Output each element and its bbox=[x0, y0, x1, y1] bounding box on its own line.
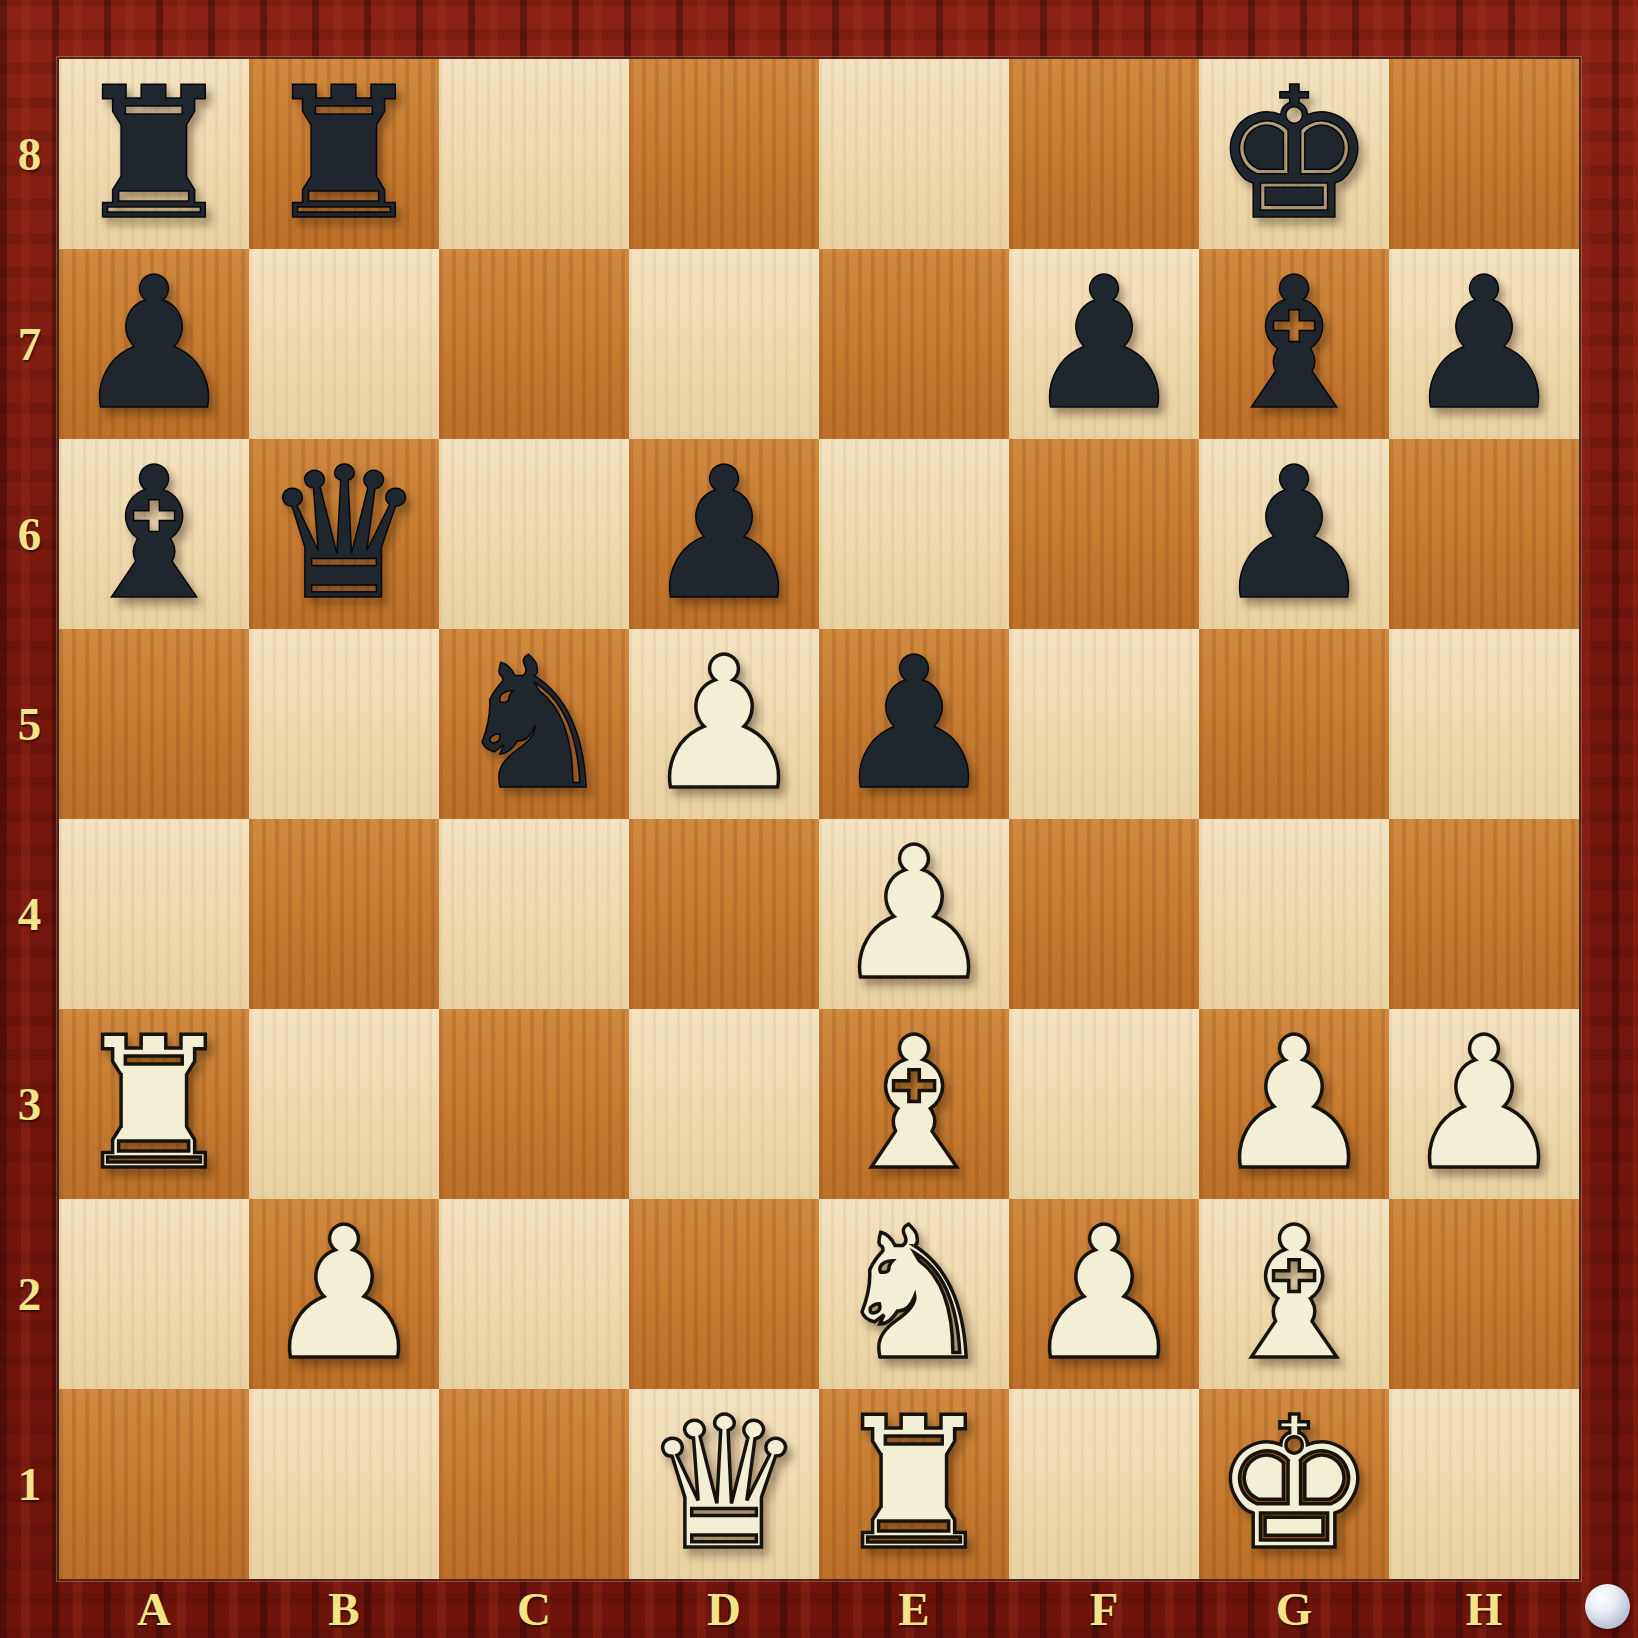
file-label-a: A bbox=[59, 1579, 249, 1638]
file-label-b: B bbox=[249, 1579, 439, 1638]
piece-black-pawn[interactable]: ♟ bbox=[1212, 439, 1375, 629]
piece-white-bishop[interactable]: ♝ bbox=[1212, 1199, 1375, 1389]
board: ♜♜♚♟♟♝♟♝♛♟♟♞♟♟♟♜♝♟♟♟♞♟♝♛♜♚ bbox=[59, 59, 1579, 1579]
square-d6[interactable]: ♟ bbox=[629, 439, 819, 629]
square-f3[interactable] bbox=[1009, 1009, 1199, 1199]
square-f7[interactable]: ♟ bbox=[1009, 249, 1199, 439]
square-a8[interactable]: ♜ bbox=[59, 59, 249, 249]
square-g7[interactable]: ♝ bbox=[1199, 249, 1389, 439]
square-d2[interactable] bbox=[629, 1199, 819, 1389]
square-b4[interactable] bbox=[249, 819, 439, 1009]
file-label-h: H bbox=[1389, 1579, 1579, 1638]
square-b1[interactable] bbox=[249, 1389, 439, 1579]
square-h2[interactable] bbox=[1389, 1199, 1579, 1389]
square-c3[interactable] bbox=[439, 1009, 629, 1199]
square-a4[interactable] bbox=[59, 819, 249, 1009]
piece-black-bishop[interactable]: ♝ bbox=[1212, 249, 1375, 439]
square-g1[interactable]: ♚ bbox=[1199, 1389, 1389, 1579]
rank-label-4: 4 bbox=[0, 819, 59, 1009]
square-e6[interactable] bbox=[819, 439, 1009, 629]
square-c5[interactable]: ♞ bbox=[439, 629, 629, 819]
piece-black-bishop[interactable]: ♝ bbox=[72, 439, 235, 629]
square-b6[interactable]: ♛ bbox=[249, 439, 439, 629]
square-d4[interactable] bbox=[629, 819, 819, 1009]
piece-black-queen[interactable]: ♛ bbox=[262, 439, 425, 629]
square-f8[interactable] bbox=[1009, 59, 1199, 249]
side-to-move-indicator bbox=[1585, 1584, 1630, 1629]
square-d1[interactable]: ♛ bbox=[629, 1389, 819, 1579]
piece-black-pawn[interactable]: ♟ bbox=[832, 629, 995, 819]
piece-white-pawn[interactable]: ♟ bbox=[642, 629, 805, 819]
piece-black-king[interactable]: ♚ bbox=[1212, 59, 1375, 249]
square-g2[interactable]: ♝ bbox=[1199, 1199, 1389, 1389]
rank-label-7: 7 bbox=[0, 249, 59, 439]
square-c4[interactable] bbox=[439, 819, 629, 1009]
square-e8[interactable] bbox=[819, 59, 1009, 249]
square-h3[interactable]: ♟ bbox=[1389, 1009, 1579, 1199]
square-f5[interactable] bbox=[1009, 629, 1199, 819]
square-d5[interactable]: ♟ bbox=[629, 629, 819, 819]
rank-label-8: 8 bbox=[0, 59, 59, 249]
file-label-d: D bbox=[629, 1579, 819, 1638]
piece-white-pawn[interactable]: ♟ bbox=[1212, 1009, 1375, 1199]
piece-black-rook[interactable]: ♜ bbox=[72, 59, 235, 249]
file-label-c: C bbox=[439, 1579, 629, 1638]
square-h1[interactable] bbox=[1389, 1389, 1579, 1579]
square-h7[interactable]: ♟ bbox=[1389, 249, 1579, 439]
square-a6[interactable]: ♝ bbox=[59, 439, 249, 629]
square-c2[interactable] bbox=[439, 1199, 629, 1389]
piece-black-pawn[interactable]: ♟ bbox=[1402, 249, 1565, 439]
square-f4[interactable] bbox=[1009, 819, 1199, 1009]
square-g8[interactable]: ♚ bbox=[1199, 59, 1389, 249]
square-f2[interactable]: ♟ bbox=[1009, 1199, 1199, 1389]
rank-label-3: 3 bbox=[0, 1009, 59, 1199]
chess-app-window: 87654321 ♜♜♚♟♟♝♟♝♛♟♟♞♟♟♟♜♝♟♟♟♞♟♝♛♜♚ ABCD… bbox=[0, 0, 1638, 1638]
square-e5[interactable]: ♟ bbox=[819, 629, 1009, 819]
square-c1[interactable] bbox=[439, 1389, 629, 1579]
square-c7[interactable] bbox=[439, 249, 629, 439]
piece-white-pawn[interactable]: ♟ bbox=[1402, 1009, 1565, 1199]
square-a1[interactable] bbox=[59, 1389, 249, 1579]
rank-label-6: 6 bbox=[0, 439, 59, 629]
square-e1[interactable]: ♜ bbox=[819, 1389, 1009, 1579]
square-d3[interactable] bbox=[629, 1009, 819, 1199]
square-a3[interactable]: ♜ bbox=[59, 1009, 249, 1199]
square-f1[interactable] bbox=[1009, 1389, 1199, 1579]
square-h5[interactable] bbox=[1389, 629, 1579, 819]
file-label-e: E bbox=[819, 1579, 1009, 1638]
rank-label-2: 2 bbox=[0, 1199, 59, 1389]
square-g3[interactable]: ♟ bbox=[1199, 1009, 1389, 1199]
square-h4[interactable] bbox=[1389, 819, 1579, 1009]
square-b2[interactable]: ♟ bbox=[249, 1199, 439, 1389]
file-label-f: F bbox=[1009, 1579, 1199, 1638]
square-g4[interactable] bbox=[1199, 819, 1389, 1009]
piece-white-bishop[interactable]: ♝ bbox=[832, 1009, 995, 1199]
file-label-g: G bbox=[1199, 1579, 1389, 1638]
rank-label-5: 5 bbox=[0, 629, 59, 819]
square-h6[interactable] bbox=[1389, 439, 1579, 629]
piece-white-pawn[interactable]: ♟ bbox=[262, 1199, 425, 1389]
piece-white-king[interactable]: ♚ bbox=[1212, 1389, 1375, 1579]
square-h8[interactable] bbox=[1389, 59, 1579, 249]
square-b5[interactable] bbox=[249, 629, 439, 819]
square-g6[interactable]: ♟ bbox=[1199, 439, 1389, 629]
square-c6[interactable] bbox=[439, 439, 629, 629]
piece-white-rook[interactable]: ♜ bbox=[832, 1389, 995, 1579]
piece-black-pawn[interactable]: ♟ bbox=[72, 249, 235, 439]
square-d7[interactable] bbox=[629, 249, 819, 439]
square-a5[interactable] bbox=[59, 629, 249, 819]
rank-label-1: 1 bbox=[0, 1389, 59, 1579]
square-a7[interactable]: ♟ bbox=[59, 249, 249, 439]
piece-white-pawn[interactable]: ♟ bbox=[832, 819, 995, 1009]
square-e4[interactable]: ♟ bbox=[819, 819, 1009, 1009]
square-e3[interactable]: ♝ bbox=[819, 1009, 1009, 1199]
piece-black-pawn[interactable]: ♟ bbox=[642, 439, 805, 629]
file-labels: ABCDEFGH bbox=[59, 1579, 1579, 1638]
rank-labels: 87654321 bbox=[0, 59, 59, 1579]
square-e7[interactable] bbox=[819, 249, 1009, 439]
piece-white-rook[interactable]: ♜ bbox=[72, 1009, 235, 1199]
square-f6[interactable] bbox=[1009, 439, 1199, 629]
square-b8[interactable]: ♜ bbox=[249, 59, 439, 249]
piece-white-knight[interactable]: ♞ bbox=[832, 1199, 995, 1389]
piece-white-pawn[interactable]: ♟ bbox=[1022, 1199, 1185, 1389]
piece-black-rook[interactable]: ♜ bbox=[262, 59, 425, 249]
piece-black-pawn[interactable]: ♟ bbox=[1022, 249, 1185, 439]
square-d8[interactable] bbox=[629, 59, 819, 249]
square-a2[interactable] bbox=[59, 1199, 249, 1389]
square-b3[interactable] bbox=[249, 1009, 439, 1199]
piece-black-knight[interactable]: ♞ bbox=[452, 629, 615, 819]
piece-white-queen[interactable]: ♛ bbox=[642, 1389, 805, 1579]
square-e2[interactable]: ♞ bbox=[819, 1199, 1009, 1389]
square-g5[interactable] bbox=[1199, 629, 1389, 819]
square-b7[interactable] bbox=[249, 249, 439, 439]
square-c8[interactable] bbox=[439, 59, 629, 249]
